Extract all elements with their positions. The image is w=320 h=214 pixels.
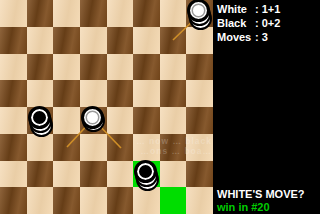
pieces-layer [0,0,320,214]
app-window: … now … black …ons … boa… White: 1+1 Bla… [0,0,320,214]
white-man-piece[interactable] [81,106,108,137]
black-king-piece[interactable] [134,160,161,191]
black-king-piece[interactable] [28,106,55,137]
piece-disk [28,106,51,129]
white-king-piece[interactable] [187,0,214,30]
piece-disk [134,160,157,183]
piece-disk [81,106,104,129]
